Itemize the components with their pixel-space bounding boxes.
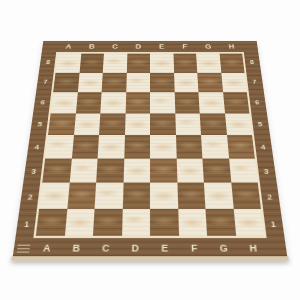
square-b4	[71, 135, 99, 158]
square-h3	[229, 158, 258, 182]
square-b6	[75, 92, 101, 113]
square-f5	[175, 113, 201, 135]
coord-label-ranks-left-5: 5	[33, 113, 47, 135]
square-e1	[150, 208, 179, 235]
coord-label-files-bottom-g: G	[209, 241, 239, 253]
square-h4	[227, 135, 255, 158]
square-d3	[123, 158, 150, 182]
square-c5	[99, 113, 125, 135]
product-photo-scene: ABCDEFGH ABCDEFGH 87654321 87654321	[0, 0, 300, 300]
square-c4	[98, 135, 125, 158]
coord-label-ranks-left-1: 1	[19, 210, 35, 238]
file-labels-bottom: ABCDEFGH	[31, 241, 268, 253]
square-e7	[150, 72, 174, 92]
coord-label-files-top-f: F	[173, 42, 197, 50]
square-e3	[150, 158, 177, 182]
coord-label-ranks-left-7: 7	[39, 71, 52, 91]
square-c7	[102, 72, 127, 92]
square-g3	[202, 158, 230, 182]
square-g5	[200, 113, 227, 135]
square-a4	[45, 135, 73, 158]
coord-label-files-top-e: E	[150, 42, 173, 50]
board-field-frame	[33, 52, 266, 238]
board-edge-side	[11, 256, 289, 261]
square-e6	[150, 92, 175, 113]
square-e8	[150, 54, 174, 73]
square-b8	[79, 54, 104, 73]
square-h2	[231, 183, 261, 209]
coord-label-ranks-left-4: 4	[30, 135, 44, 159]
square-f6	[174, 92, 199, 113]
square-a1	[36, 208, 67, 235]
square-d8	[126, 54, 150, 73]
square-h6	[223, 92, 250, 113]
chessboard-perspective-wrap: ABCDEFGH ABCDEFGH 87654321 87654321	[13, 41, 287, 256]
file-labels-top: ABCDEFGH	[56, 42, 243, 50]
brand-print-mark	[17, 244, 31, 253]
coord-label-files-bottom-a: A	[31, 241, 62, 253]
coord-label-ranks-left-3: 3	[26, 159, 41, 184]
square-g6	[198, 92, 224, 113]
coord-label-ranks-left-2: 2	[23, 184, 38, 210]
coord-label-files-top-d: D	[127, 42, 150, 50]
coord-label-files-top-b: B	[80, 42, 104, 50]
square-e4	[150, 135, 176, 158]
coord-label-ranks-right-1: 1	[265, 210, 281, 238]
square-b2	[67, 183, 96, 209]
square-d7	[126, 72, 150, 92]
coord-label-files-top-c: C	[103, 42, 127, 50]
coord-label-ranks-left-8: 8	[42, 52, 55, 71]
coord-label-files-bottom-f: F	[179, 241, 209, 253]
square-b5	[74, 113, 101, 135]
coord-label-files-bottom-d: D	[120, 241, 150, 253]
square-h1	[233, 208, 264, 235]
square-g1	[205, 208, 235, 235]
square-a2	[39, 183, 69, 209]
square-d6	[125, 92, 150, 113]
square-h5	[225, 113, 252, 135]
square-a5	[48, 113, 75, 135]
square-c3	[96, 158, 124, 182]
coord-label-ranks-right-3: 3	[259, 159, 274, 184]
coord-label-files-top-g: G	[196, 42, 220, 50]
board-grid	[36, 54, 264, 236]
square-a3	[42, 158, 71, 182]
square-h8	[219, 54, 244, 73]
square-b1	[64, 208, 94, 235]
square-g7	[197, 72, 222, 92]
square-g4	[201, 135, 229, 158]
square-e2	[150, 183, 178, 209]
square-c2	[95, 183, 123, 209]
square-h7	[221, 72, 247, 92]
square-f8	[173, 54, 197, 73]
coord-label-ranks-right-2: 2	[262, 184, 277, 210]
square-f1	[178, 208, 207, 235]
coord-label-ranks-right-7: 7	[248, 71, 261, 91]
coord-label-files-bottom-c: C	[91, 241, 121, 253]
square-c6	[100, 92, 125, 113]
square-f2	[177, 183, 205, 209]
coord-label-files-bottom-e: E	[150, 241, 180, 253]
square-f3	[176, 158, 204, 182]
square-d4	[124, 135, 150, 158]
coord-label-files-bottom-b: B	[61, 241, 91, 253]
coord-label-ranks-right-8: 8	[246, 52, 259, 71]
square-c8	[103, 54, 127, 73]
square-d5	[125, 113, 151, 135]
square-e5	[150, 113, 176, 135]
chessboard: ABCDEFGH ABCDEFGH 87654321 87654321	[13, 41, 287, 256]
square-g2	[204, 183, 233, 209]
coord-label-files-top-h: H	[219, 42, 243, 50]
square-g8	[196, 54, 221, 73]
coord-label-files-top-a: A	[56, 42, 80, 50]
square-c1	[93, 208, 122, 235]
coord-label-ranks-left-6: 6	[36, 91, 49, 112]
square-f4	[176, 135, 203, 158]
square-d1	[121, 208, 150, 235]
square-a7	[53, 72, 79, 92]
coord-label-ranks-right-6: 6	[251, 91, 264, 112]
square-b7	[77, 72, 102, 92]
coord-label-ranks-right-4: 4	[256, 135, 270, 159]
coord-label-files-bottom-h: H	[238, 241, 269, 253]
square-a6	[51, 92, 78, 113]
square-f7	[174, 72, 199, 92]
coord-label-ranks-right-5: 5	[253, 113, 267, 135]
square-d2	[122, 183, 150, 209]
square-a8	[56, 54, 81, 73]
square-b3	[69, 158, 97, 182]
